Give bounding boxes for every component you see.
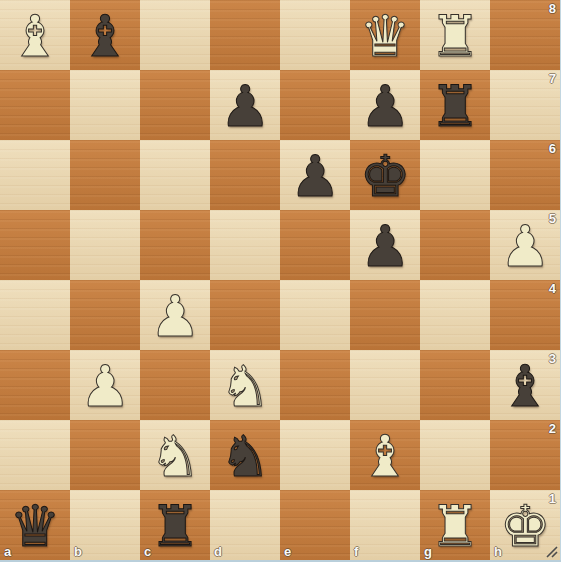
- rank-label-7: 7: [549, 71, 556, 86]
- square-d3[interactable]: ♞: [210, 350, 280, 420]
- square-f6[interactable]: ♚: [350, 140, 420, 210]
- square-c1[interactable]: ♜c: [140, 490, 210, 560]
- file-label-e: e: [284, 544, 291, 559]
- black-pawn-piece[interactable]: ♟: [280, 141, 350, 211]
- black-pawn-piece[interactable]: ♟: [210, 71, 280, 141]
- square-g6[interactable]: [420, 140, 490, 210]
- white-pawn-piece[interactable]: ♟: [490, 211, 560, 281]
- square-c4[interactable]: ♟: [140, 280, 210, 350]
- square-a3[interactable]: [0, 350, 70, 420]
- square-e6[interactable]: ♟: [280, 140, 350, 210]
- square-a4[interactable]: [0, 280, 70, 350]
- square-g8[interactable]: ♜: [420, 0, 490, 70]
- chess-board: ♝♝♛♜8♟♟♜7♟♚6♟♟5♟4♟♞♝3♞♞♝2♛ab♜cdef♜g♚1h: [0, 0, 560, 560]
- square-f2[interactable]: ♝: [350, 420, 420, 490]
- resize-handle-icon[interactable]: [544, 544, 558, 558]
- file-label-f: f: [354, 544, 358, 559]
- square-g5[interactable]: [420, 210, 490, 280]
- square-g1[interactable]: ♜g: [420, 490, 490, 560]
- white-bishop-piece[interactable]: ♝: [350, 421, 420, 491]
- square-e4[interactable]: [280, 280, 350, 350]
- square-h1[interactable]: ♚1h: [490, 490, 560, 560]
- white-rook-piece[interactable]: ♜: [420, 1, 490, 71]
- square-f4[interactable]: [350, 280, 420, 350]
- square-e5[interactable]: [280, 210, 350, 280]
- white-knight-piece[interactable]: ♞: [210, 351, 280, 421]
- square-e2[interactable]: [280, 420, 350, 490]
- square-a7[interactable]: [0, 70, 70, 140]
- square-h3[interactable]: ♝3: [490, 350, 560, 420]
- square-c5[interactable]: [140, 210, 210, 280]
- square-e8[interactable]: [280, 0, 350, 70]
- square-e3[interactable]: [280, 350, 350, 420]
- square-f5[interactable]: ♟: [350, 210, 420, 280]
- chess-board-window: ♝♝♛♜8♟♟♜7♟♚6♟♟5♟4♟♞♝3♞♞♝2♛ab♜cdef♜g♚1h: [0, 0, 561, 562]
- square-d7[interactable]: ♟: [210, 70, 280, 140]
- square-f8[interactable]: ♛: [350, 0, 420, 70]
- square-d6[interactable]: [210, 140, 280, 210]
- black-king-piece[interactable]: ♚: [350, 141, 420, 211]
- square-b5[interactable]: [70, 210, 140, 280]
- square-h7[interactable]: 7: [490, 70, 560, 140]
- square-b6[interactable]: [70, 140, 140, 210]
- square-c8[interactable]: [140, 0, 210, 70]
- square-d1[interactable]: d: [210, 490, 280, 560]
- square-d2[interactable]: ♞: [210, 420, 280, 490]
- square-b4[interactable]: [70, 280, 140, 350]
- square-c7[interactable]: [140, 70, 210, 140]
- file-label-d: d: [214, 544, 222, 559]
- square-b1[interactable]: b: [70, 490, 140, 560]
- square-a6[interactable]: [0, 140, 70, 210]
- square-h8[interactable]: 8: [490, 0, 560, 70]
- square-e7[interactable]: [280, 70, 350, 140]
- square-e1[interactable]: e: [280, 490, 350, 560]
- square-h6[interactable]: 6: [490, 140, 560, 210]
- square-h2[interactable]: 2: [490, 420, 560, 490]
- black-rook-piece[interactable]: ♜: [420, 71, 490, 141]
- white-bishop-piece[interactable]: ♝: [0, 1, 70, 71]
- square-c6[interactable]: [140, 140, 210, 210]
- white-rook-piece[interactable]: ♜: [420, 491, 490, 561]
- square-g4[interactable]: [420, 280, 490, 350]
- white-queen-piece[interactable]: ♛: [350, 1, 420, 71]
- black-rook-piece[interactable]: ♜: [140, 491, 210, 561]
- white-pawn-piece[interactable]: ♟: [140, 281, 210, 351]
- square-g3[interactable]: [420, 350, 490, 420]
- file-label-b: b: [74, 544, 82, 559]
- square-h4[interactable]: 4: [490, 280, 560, 350]
- black-bishop-piece[interactable]: ♝: [490, 351, 560, 421]
- square-f7[interactable]: ♟: [350, 70, 420, 140]
- rank-label-4: 4: [549, 281, 556, 296]
- white-knight-piece[interactable]: ♞: [140, 421, 210, 491]
- square-f1[interactable]: f: [350, 490, 420, 560]
- square-c3[interactable]: [140, 350, 210, 420]
- rank-label-8: 8: [549, 1, 556, 16]
- square-f3[interactable]: [350, 350, 420, 420]
- square-b7[interactable]: [70, 70, 140, 140]
- square-a2[interactable]: [0, 420, 70, 490]
- square-b8[interactable]: ♝: [70, 0, 140, 70]
- square-a5[interactable]: [0, 210, 70, 280]
- black-queen-piece[interactable]: ♛: [0, 491, 70, 561]
- black-knight-piece[interactable]: ♞: [210, 421, 280, 491]
- square-d4[interactable]: [210, 280, 280, 350]
- square-a1[interactable]: ♛a: [0, 490, 70, 560]
- black-pawn-piece[interactable]: ♟: [350, 211, 420, 281]
- black-pawn-piece[interactable]: ♟: [350, 71, 420, 141]
- square-d8[interactable]: [210, 0, 280, 70]
- square-b3[interactable]: ♟: [70, 350, 140, 420]
- square-b2[interactable]: [70, 420, 140, 490]
- white-pawn-piece[interactable]: ♟: [70, 351, 140, 421]
- square-a8[interactable]: ♝: [0, 0, 70, 70]
- square-d5[interactable]: [210, 210, 280, 280]
- rank-label-2: 2: [549, 421, 556, 436]
- square-g7[interactable]: ♜: [420, 70, 490, 140]
- black-bishop-piece[interactable]: ♝: [70, 1, 140, 71]
- square-h5[interactable]: ♟5: [490, 210, 560, 280]
- square-c2[interactable]: ♞: [140, 420, 210, 490]
- rank-label-6: 6: [549, 141, 556, 156]
- square-g2[interactable]: [420, 420, 490, 490]
